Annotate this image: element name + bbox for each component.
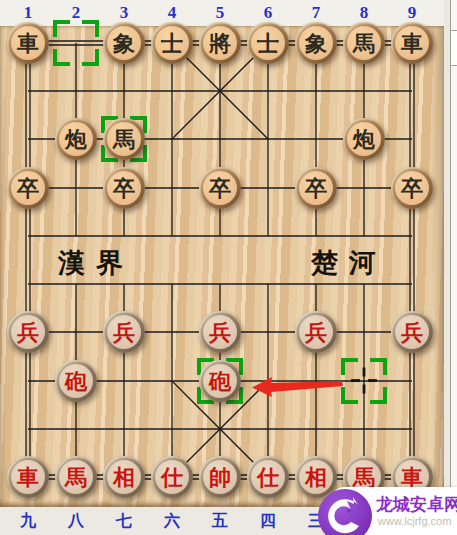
file-label-top-1: 1 (24, 3, 33, 23)
file-label-top-4: 4 (168, 3, 177, 23)
piece-glyph: 砲 (209, 364, 231, 398)
piece-face: 兵 (299, 315, 333, 349)
piece-face: 卒 (107, 171, 141, 205)
piece-glyph: 砲 (65, 364, 87, 398)
piece-red[interactable]: 仕 (151, 456, 193, 498)
file-label-top-8: 8 (360, 3, 369, 23)
piece-face: 車 (11, 460, 45, 494)
piece-face: 卒 (395, 171, 429, 205)
piece-face: 炮 (347, 122, 381, 156)
piece-glyph: 仕 (257, 460, 279, 494)
piece-face: 象 (107, 26, 141, 60)
piece-glyph: 士 (257, 26, 279, 60)
file-label-bottom-1: 九 (20, 511, 36, 532)
panel-divider-line (450, 0, 451, 535)
piece-red[interactable]: 兵 (199, 311, 241, 353)
piece-glyph: 兵 (209, 315, 231, 349)
river-label-chuhe: 楚河 (311, 245, 387, 281)
piece-red[interactable]: 兵 (295, 311, 337, 353)
piece-glyph: 炮 (65, 122, 87, 156)
piece-black[interactable]: 士 (247, 22, 289, 64)
piece-glyph: 象 (113, 26, 135, 60)
piece-black[interactable]: 車 (7, 22, 49, 64)
piece-glyph: 卒 (209, 171, 231, 205)
piece-glyph: 兵 (17, 315, 39, 349)
piece-glyph: 馬 (353, 26, 375, 60)
piece-face: 象 (299, 26, 333, 60)
file-label-top-2: 2 (72, 3, 81, 23)
watermark-url: www.lcjrfg.com (378, 515, 451, 527)
piece-black[interactable]: 卒 (103, 167, 145, 209)
piece-black[interactable]: 卒 (391, 167, 433, 209)
file-label-bottom-2: 八 (68, 511, 84, 532)
piece-glyph: 兵 (113, 315, 135, 349)
piece-glyph: 馬 (113, 122, 135, 156)
piece-face: 兵 (11, 315, 45, 349)
piece-face: 車 (11, 26, 45, 60)
highlight-bracket (341, 358, 387, 404)
river-label-hanjie: 漢界 (58, 245, 134, 281)
file-label-bottom-4: 六 (164, 511, 180, 532)
piece-glyph: 卒 (113, 171, 135, 205)
piece-red[interactable]: 仕 (247, 456, 289, 498)
piece-red[interactable]: 兵 (7, 311, 49, 353)
piece-black[interactable]: 卒 (199, 167, 241, 209)
highlight-bracket (53, 20, 99, 66)
file-label-top-6: 6 (264, 3, 273, 23)
piece-glyph: 兵 (401, 315, 423, 349)
piece-glyph: 兵 (305, 315, 327, 349)
piece-face: 相 (107, 460, 141, 494)
piece-glyph: 卒 (305, 171, 327, 205)
piece-glyph: 卒 (401, 171, 423, 205)
piece-face: 砲 (59, 364, 93, 398)
xiangqi-board[interactable]: 漢界 楚河 車象士將士象馬車炮馬炮卒卒卒卒卒兵兵兵兵兵砲砲車馬相仕帥仕相馬車 (0, 26, 444, 507)
piece-red[interactable]: 砲 (199, 360, 241, 402)
piece-face: 炮 (59, 122, 93, 156)
piece-face: 馬 (347, 26, 381, 60)
piece-black[interactable]: 將 (199, 22, 241, 64)
piece-face: 兵 (395, 315, 429, 349)
piece-glyph: 將 (209, 26, 231, 60)
right-panel-edge (451, 0, 457, 535)
piece-face: 士 (251, 26, 285, 60)
piece-glyph: 象 (305, 26, 327, 60)
xiangqi-app-screen: 漢界 楚河 車象士將士象馬車炮馬炮卒卒卒卒卒兵兵兵兵兵砲砲車馬相仕帥仕相馬車 1… (0, 0, 457, 535)
piece-glyph: 炮 (353, 122, 375, 156)
piece-face: 砲 (203, 364, 237, 398)
piece-black[interactable]: 卒 (7, 167, 49, 209)
piece-red[interactable]: 相 (103, 456, 145, 498)
file-label-bottom-6: 四 (260, 511, 276, 532)
piece-black[interactable]: 卒 (295, 167, 337, 209)
file-label-top-3: 3 (120, 3, 129, 23)
right-panel-box (451, 30, 457, 66)
piece-red[interactable]: 帥 (199, 456, 241, 498)
piece-face: 仕 (251, 460, 285, 494)
piece-black[interactable]: 象 (295, 22, 337, 64)
piece-face: 帥 (203, 460, 237, 494)
piece-glyph: 車 (17, 460, 39, 494)
piece-face: 兵 (203, 315, 237, 349)
piece-red[interactable]: 車 (7, 456, 49, 498)
piece-glyph: 相 (113, 460, 135, 494)
file-label-top-7: 7 (312, 3, 321, 23)
piece-black[interactable]: 車 (391, 22, 433, 64)
piece-face: 車 (395, 26, 429, 60)
piece-glyph: 卒 (17, 171, 39, 205)
piece-face: 卒 (203, 171, 237, 205)
piece-face: 馬 (59, 460, 93, 494)
piece-black[interactable]: 士 (151, 22, 193, 64)
piece-face: 仕 (155, 460, 189, 494)
watermark-site-name: 龙城安卓网 (376, 493, 457, 516)
piece-face: 士 (155, 26, 189, 60)
watermark-panel: 龙城安卓网 www.lcjrfg.com (332, 487, 457, 535)
file-label-bottom-5: 五 (212, 511, 228, 532)
piece-face: 馬 (107, 122, 141, 156)
piece-red[interactable]: 兵 (391, 311, 433, 353)
piece-face: 兵 (107, 315, 141, 349)
piece-glyph: 車 (17, 26, 39, 60)
piece-black[interactable]: 象 (103, 22, 145, 64)
piece-glyph: 帥 (209, 460, 231, 494)
piece-glyph: 馬 (65, 460, 87, 494)
piece-face: 卒 (11, 171, 45, 205)
file-label-bottom-3: 七 (116, 511, 132, 532)
piece-black[interactable]: 馬 (343, 22, 385, 64)
piece-glyph: 車 (401, 26, 423, 60)
file-label-top-9: 9 (408, 3, 417, 23)
piece-red[interactable]: 馬 (55, 456, 97, 498)
file-label-top-5: 5 (216, 3, 225, 23)
piece-glyph: 士 (161, 26, 183, 60)
piece-glyph: 仕 (161, 460, 183, 494)
piece-red[interactable]: 兵 (103, 311, 145, 353)
piece-face: 卒 (299, 171, 333, 205)
piece-red[interactable]: 砲 (55, 360, 97, 402)
piece-face: 將 (203, 26, 237, 60)
dragon-logo-icon (318, 489, 372, 535)
